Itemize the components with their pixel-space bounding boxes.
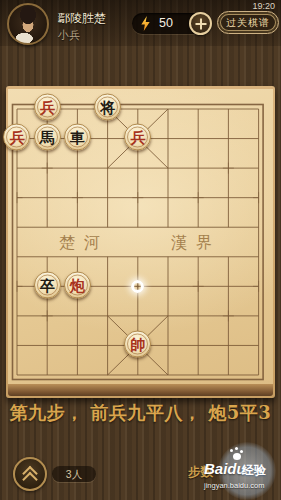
piece-black-soldier[interactable]: 卒 xyxy=(34,271,61,298)
piece-black-chariot[interactable]: 車 xyxy=(64,124,91,151)
lightning-icon xyxy=(140,16,151,31)
player-rank-badge: 小兵 xyxy=(58,28,80,43)
move-cursor xyxy=(131,280,144,293)
piece-red-soldier[interactable]: 兵 xyxy=(124,124,151,151)
move-caption: 第九步， 前兵九平八， 炮5平3 xyxy=(0,401,281,425)
watermark-brand: Baidu xyxy=(204,460,246,477)
player-name: 鄢陵胜楚 xyxy=(58,10,106,27)
piece-red-soldier[interactable]: 兵 xyxy=(34,94,61,121)
board[interactable]: 兵将兵馬車兵卒炮帥 xyxy=(2,94,274,389)
piece-red-soldier[interactable]: 兵 xyxy=(3,124,30,151)
collapse-button[interactable] xyxy=(13,457,47,491)
energy-value: 50 xyxy=(159,16,173,30)
players-count-badge[interactable]: 3人 xyxy=(52,466,96,482)
add-energy-button[interactable] xyxy=(189,12,212,35)
player-avatar[interactable] xyxy=(7,3,49,45)
piece-black-general[interactable]: 将 xyxy=(94,94,121,121)
watermark-suffix: 经验 xyxy=(242,462,266,479)
piece-black-horse[interactable]: 馬 xyxy=(34,124,61,151)
watermark-url: jingyan.baidu.com xyxy=(204,481,264,490)
stage-records-button[interactable]: 过关棋谱 xyxy=(217,11,279,34)
piece-red-general[interactable]: 帥 xyxy=(124,330,151,357)
baidu-paw-icon xyxy=(233,453,241,460)
piece-red-cannon[interactable]: 炮 xyxy=(64,271,91,298)
status-clock: 19:20 xyxy=(252,1,275,11)
watermark: Baidu 经验 jingyan.baidu.com xyxy=(196,440,281,500)
